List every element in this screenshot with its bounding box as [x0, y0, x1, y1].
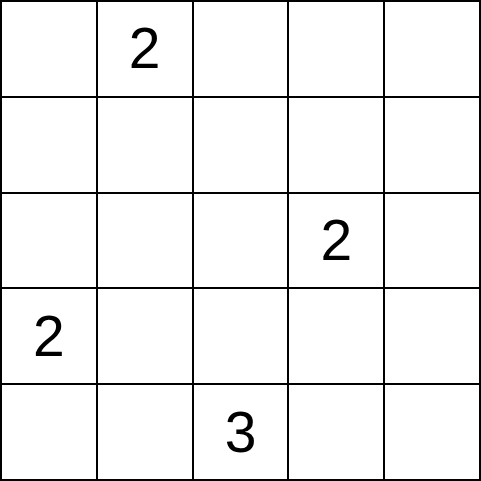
cell-r4c4[interactable]	[289, 289, 383, 383]
puzzle-board: 2 2 2 3	[0, 0, 481, 481]
cell-r2c1[interactable]	[2, 98, 96, 192]
cell-r3c5[interactable]	[385, 194, 479, 288]
cell-r4c2[interactable]	[98, 289, 192, 383]
cell-r5c3[interactable]: 3	[194, 385, 288, 479]
cell-r1c3[interactable]	[194, 2, 288, 96]
cell-r5c1[interactable]	[2, 385, 96, 479]
clue-text: 2	[320, 212, 352, 269]
cell-r1c1[interactable]	[2, 2, 96, 96]
clue-text: 2	[33, 308, 65, 365]
clue-text: 2	[129, 20, 161, 77]
clue-text: 3	[225, 404, 257, 461]
cell-r5c2[interactable]	[98, 385, 192, 479]
cell-r3c2[interactable]	[98, 194, 192, 288]
cell-r4c3[interactable]	[194, 289, 288, 383]
cell-r5c5[interactable]	[385, 385, 479, 479]
cell-r2c3[interactable]	[194, 98, 288, 192]
cell-r1c2[interactable]: 2	[98, 2, 192, 96]
cell-r1c4[interactable]	[289, 2, 383, 96]
cell-r3c4[interactable]: 2	[289, 194, 383, 288]
cell-r2c2[interactable]	[98, 98, 192, 192]
cell-r5c4[interactable]	[289, 385, 383, 479]
cell-r4c1[interactable]: 2	[2, 289, 96, 383]
cell-r3c1[interactable]	[2, 194, 96, 288]
cell-r2c5[interactable]	[385, 98, 479, 192]
cell-r3c3[interactable]	[194, 194, 288, 288]
cell-r1c5[interactable]	[385, 2, 479, 96]
cell-r4c5[interactable]	[385, 289, 479, 383]
cell-r2c4[interactable]	[289, 98, 383, 192]
